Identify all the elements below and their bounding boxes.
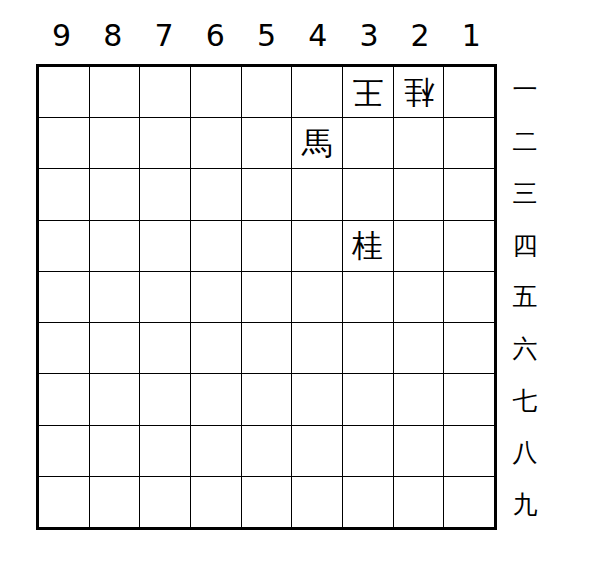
square-44[interactable] [292, 221, 342, 271]
square-69[interactable] [191, 477, 241, 527]
rank-label-5: 五 [503, 271, 547, 323]
square-71[interactable] [140, 67, 190, 117]
square-36[interactable] [343, 323, 393, 373]
square-23[interactable] [394, 169, 444, 219]
square-78[interactable] [140, 426, 190, 476]
square-64[interactable] [191, 221, 241, 271]
square-49[interactable] [292, 477, 342, 527]
square-52[interactable] [242, 118, 292, 168]
shogi-diagram: 987654321 王桂馬桂 一二三四五六七八九 [0, 0, 604, 578]
file-label-7: 7 [138, 12, 189, 58]
rank-label-7: 七 [503, 375, 547, 427]
square-25[interactable] [394, 272, 444, 322]
square-54[interactable] [242, 221, 292, 271]
square-72[interactable] [140, 118, 190, 168]
square-57[interactable] [242, 374, 292, 424]
rank-label-8: 八 [503, 426, 547, 478]
square-21[interactable]: 桂 [394, 67, 444, 117]
piece-sente-knight[interactable]: 桂 [352, 230, 383, 261]
square-29[interactable] [394, 477, 444, 527]
file-label-3: 3 [343, 12, 394, 58]
rank-labels: 一二三四五六七八九 [503, 64, 547, 530]
rank-label-4: 四 [503, 219, 547, 271]
square-34[interactable]: 桂 [343, 221, 393, 271]
square-82[interactable] [90, 118, 140, 168]
file-label-8: 8 [87, 12, 138, 58]
square-94[interactable] [39, 221, 89, 271]
square-77[interactable] [140, 374, 190, 424]
file-label-6: 6 [190, 12, 241, 58]
shogi-board: 王桂馬桂 [36, 64, 497, 530]
rank-label-1: 一 [503, 64, 547, 116]
square-96[interactable] [39, 323, 89, 373]
piece-gote-king[interactable]: 王 [352, 77, 383, 108]
square-65[interactable] [191, 272, 241, 322]
square-95[interactable] [39, 272, 89, 322]
square-16[interactable] [444, 323, 494, 373]
square-51[interactable] [242, 67, 292, 117]
square-81[interactable] [90, 67, 140, 117]
square-22[interactable] [394, 118, 444, 168]
square-88[interactable] [90, 426, 140, 476]
square-76[interactable] [140, 323, 190, 373]
square-61[interactable] [191, 67, 241, 117]
square-74[interactable] [140, 221, 190, 271]
square-83[interactable] [90, 169, 140, 219]
square-63[interactable] [191, 169, 241, 219]
square-58[interactable] [242, 426, 292, 476]
square-24[interactable] [394, 221, 444, 271]
square-47[interactable] [292, 374, 342, 424]
square-37[interactable] [343, 374, 393, 424]
file-label-4: 4 [292, 12, 343, 58]
square-55[interactable] [242, 272, 292, 322]
square-38[interactable] [343, 426, 393, 476]
square-17[interactable] [444, 374, 494, 424]
piece-gote-knight[interactable]: 桂 [403, 77, 434, 108]
square-27[interactable] [394, 374, 444, 424]
square-41[interactable] [292, 67, 342, 117]
rank-label-2: 二 [503, 116, 547, 168]
piece-sente-promoted-bishop[interactable]: 馬 [302, 128, 333, 159]
square-59[interactable] [242, 477, 292, 527]
square-85[interactable] [90, 272, 140, 322]
square-46[interactable] [292, 323, 342, 373]
square-19[interactable] [444, 477, 494, 527]
square-11[interactable] [444, 67, 494, 117]
square-13[interactable] [444, 169, 494, 219]
square-45[interactable] [292, 272, 342, 322]
square-97[interactable] [39, 374, 89, 424]
square-87[interactable] [90, 374, 140, 424]
square-53[interactable] [242, 169, 292, 219]
square-15[interactable] [444, 272, 494, 322]
square-79[interactable] [140, 477, 190, 527]
square-62[interactable] [191, 118, 241, 168]
square-67[interactable] [191, 374, 241, 424]
square-35[interactable] [343, 272, 393, 322]
square-84[interactable] [90, 221, 140, 271]
square-39[interactable] [343, 477, 393, 527]
file-label-5: 5 [241, 12, 292, 58]
square-32[interactable] [343, 118, 393, 168]
square-42[interactable]: 馬 [292, 118, 342, 168]
square-91[interactable] [39, 67, 89, 117]
square-18[interactable] [444, 426, 494, 476]
square-14[interactable] [444, 221, 494, 271]
square-31[interactable]: 王 [343, 67, 393, 117]
square-73[interactable] [140, 169, 190, 219]
square-12[interactable] [444, 118, 494, 168]
square-93[interactable] [39, 169, 89, 219]
square-99[interactable] [39, 477, 89, 527]
square-89[interactable] [90, 477, 140, 527]
square-66[interactable] [191, 323, 241, 373]
square-92[interactable] [39, 118, 89, 168]
file-label-1: 1 [446, 12, 497, 58]
square-98[interactable] [39, 426, 89, 476]
square-56[interactable] [242, 323, 292, 373]
square-75[interactable] [140, 272, 190, 322]
square-43[interactable] [292, 169, 342, 219]
rank-label-3: 三 [503, 168, 547, 220]
square-28[interactable] [394, 426, 444, 476]
square-33[interactable] [343, 169, 393, 219]
square-26[interactable] [394, 323, 444, 373]
file-label-2: 2 [395, 12, 446, 58]
rank-label-9: 九 [503, 478, 547, 530]
square-68[interactable] [191, 426, 241, 476]
square-48[interactable] [292, 426, 342, 476]
file-label-9: 9 [36, 12, 87, 58]
file-labels: 987654321 [36, 12, 497, 58]
square-86[interactable] [90, 323, 140, 373]
rank-label-6: 六 [503, 323, 547, 375]
